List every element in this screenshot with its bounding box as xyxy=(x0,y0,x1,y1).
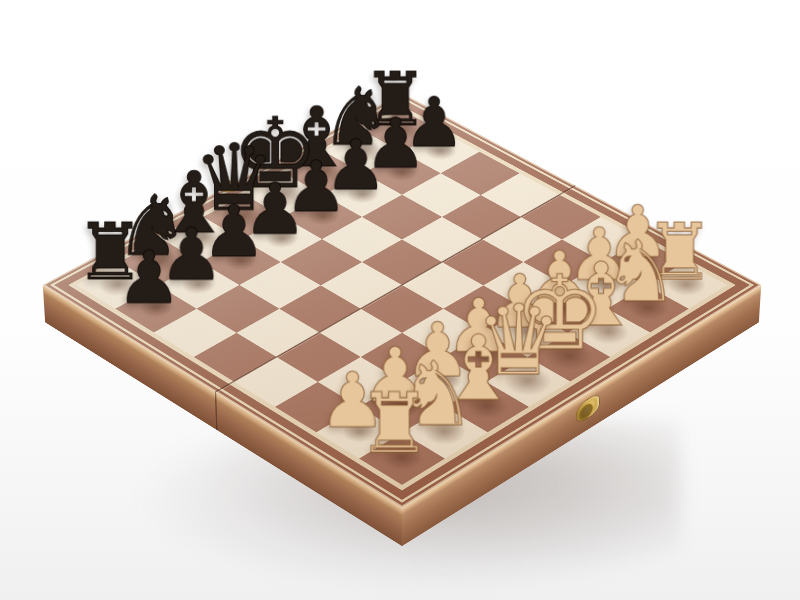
fold-seam-side xyxy=(215,392,218,431)
product-photo: ♜♞♟♝♟♚♟♛♟♝♟♞♟♟♜♟♜♟♟♞♟♝♟♚♟♛♟♝♟♞♟♜ xyxy=(0,0,800,600)
rook-glyph: ♜ xyxy=(331,384,459,463)
chess-box: ♜♞♟♝♟♚♟♛♟♝♟♞♟♟♜♟♜♟♟♞♟♝♟♚♟♛♟♝♟♞♟♜ xyxy=(43,93,761,507)
clasp-hook-icon xyxy=(578,401,593,424)
brass-clasp xyxy=(576,392,599,424)
scene-3d: ♜♞♟♝♟♚♟♛♟♝♟♞♟♟♜♟♜♟♟♞♟♝♟♚♟♛♟♝♟♞♟♜ xyxy=(0,0,800,600)
pawn-glyph: ♟ xyxy=(88,243,209,312)
